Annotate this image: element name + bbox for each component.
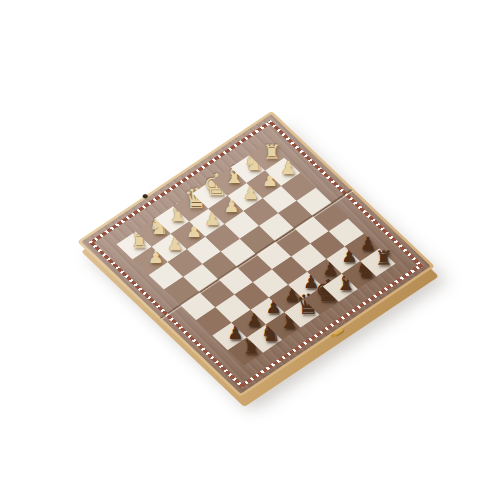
chess-set-scene: ♜♞♝♛♚♝♞♜♟♟♟♟♟♟♟♟♟♟♟♟♟♟♟♟♜♞♝♛♚♝♞♜: [0, 0, 500, 500]
product-photo: ♜♞♝♛♚♝♞♜♟♟♟♟♟♟♟♟♟♟♟♟♟♟♟♟♜♞♝♛♚♝♞♜: [0, 0, 500, 500]
chess-board: ♜♞♝♛♚♝♞♜♟♟♟♟♟♟♟♟♟♟♟♟♟♟♟♟♜♞♝♛♚♝♞♜: [77, 111, 435, 397]
